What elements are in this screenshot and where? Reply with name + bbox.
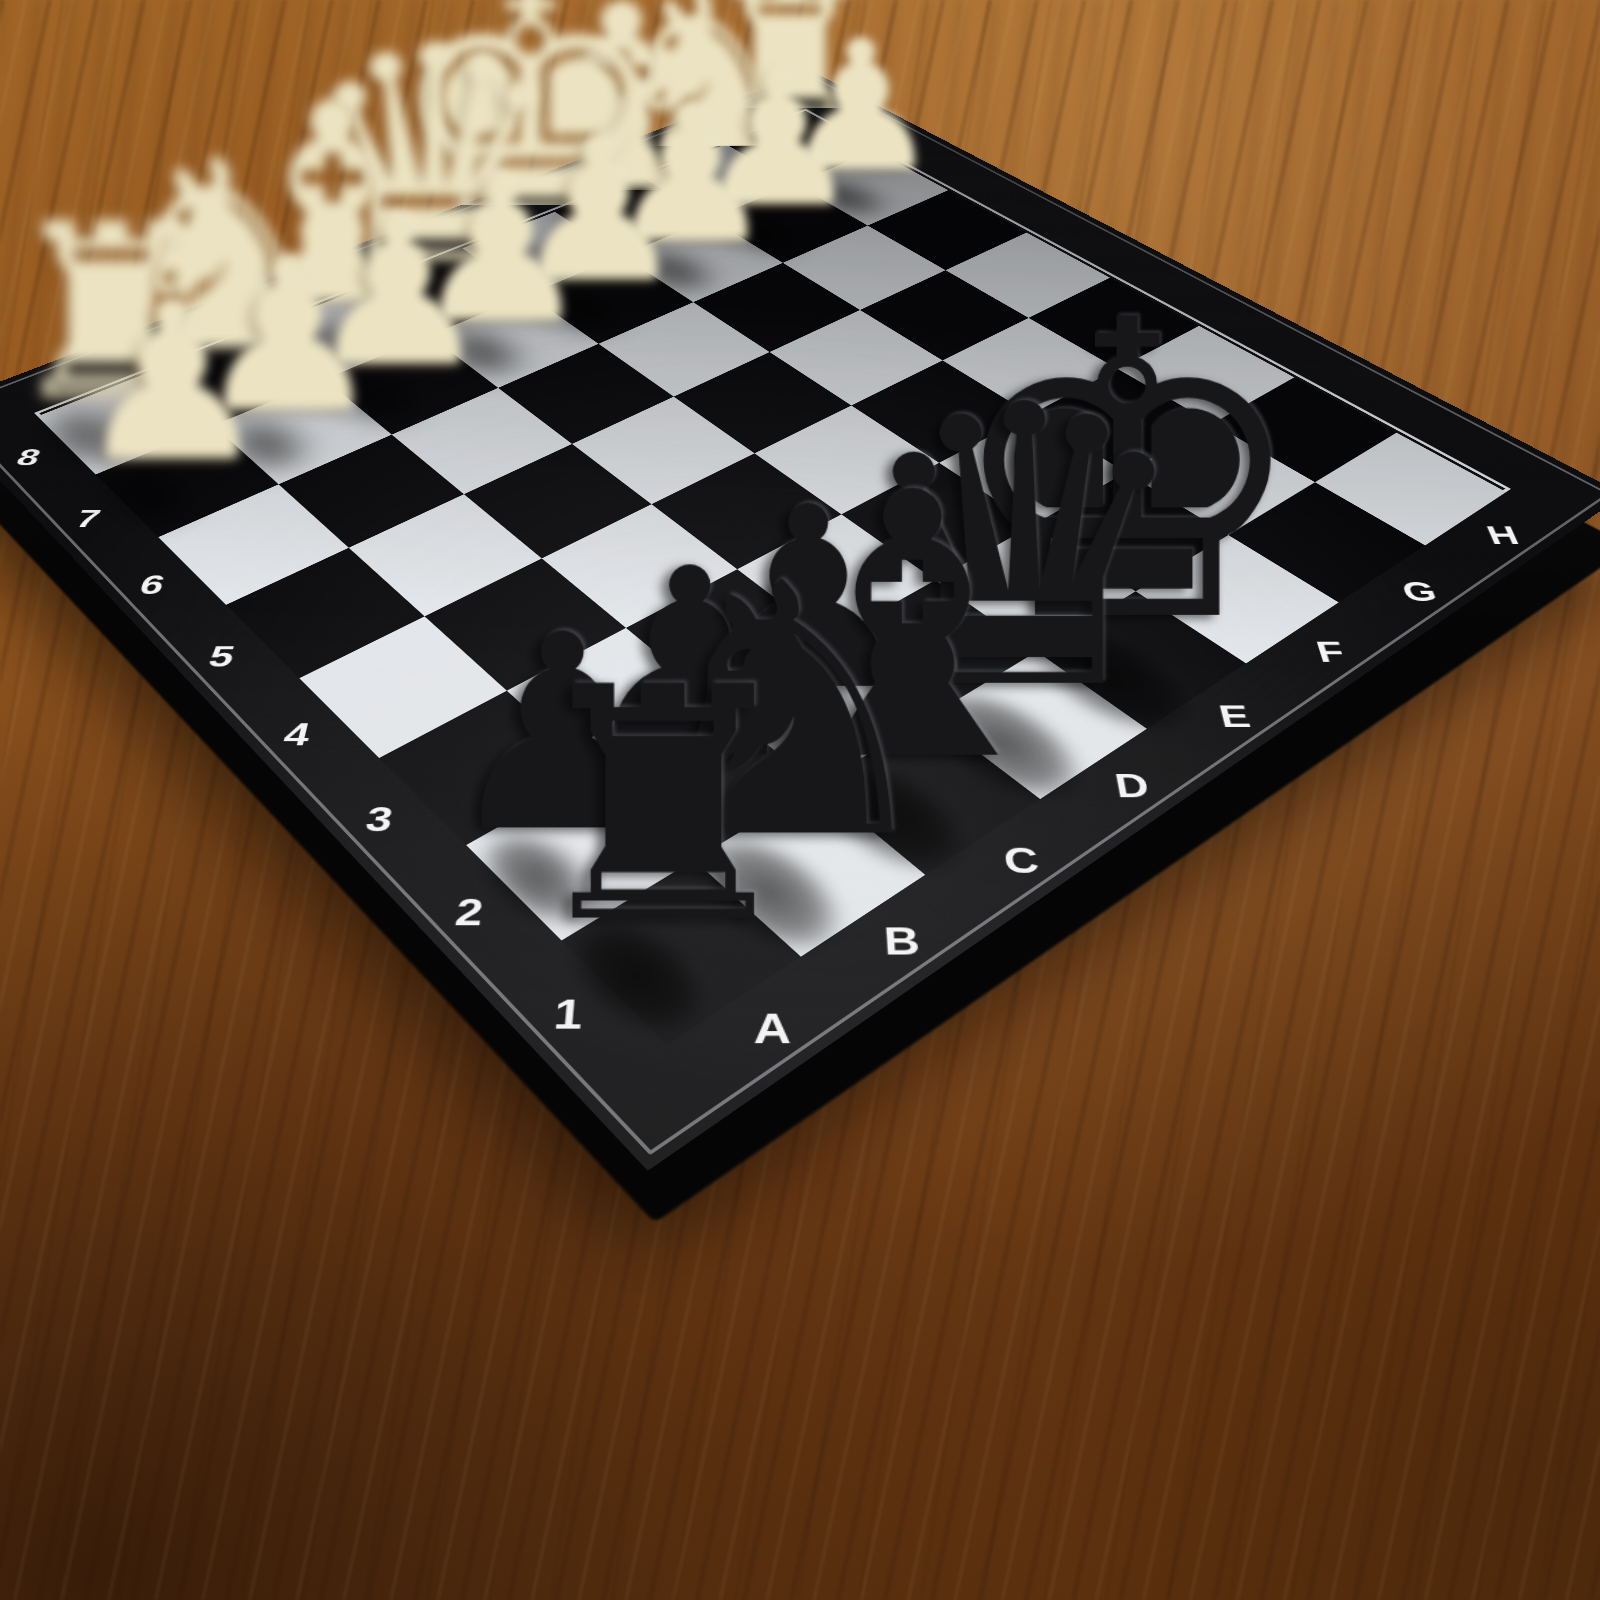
file-label-d: D bbox=[1088, 759, 1176, 814]
rank-label-4: 4 bbox=[252, 709, 340, 761]
file-label-c: C bbox=[978, 831, 1066, 890]
file-label-g: G bbox=[1377, 570, 1464, 615]
rank-label-3: 3 bbox=[334, 791, 424, 848]
chess-board: ABCDEFGH12345678♜♞♝♛♚♝♞♜♟♟♟♟♟♟♟♟♟♟♟♚♛♝♞♜ bbox=[0, 71, 1600, 1171]
file-label-h: H bbox=[1460, 515, 1546, 557]
rank-label-6: 6 bbox=[109, 563, 194, 607]
file-label-e: E bbox=[1191, 691, 1279, 742]
black-rook-glyph: ♜ bbox=[519, 645, 808, 967]
file-label-b: B bbox=[858, 910, 946, 974]
white-pawn-glyph: ♟ bbox=[74, 272, 271, 491]
file-label-a: A bbox=[728, 995, 817, 1065]
rank-label-5: 5 bbox=[178, 633, 264, 681]
